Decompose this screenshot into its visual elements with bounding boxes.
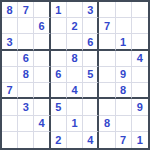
- cell-r3c5[interactable]: [67, 34, 83, 50]
- cell-r8c3[interactable]: 4: [34, 116, 50, 132]
- cell-r6c1[interactable]: 7: [2, 83, 18, 99]
- cell-r8c5[interactable]: 1: [67, 116, 83, 132]
- cell-r7c3[interactable]: [34, 99, 50, 115]
- cell-r5c1[interactable]: [2, 67, 18, 83]
- cell-r5c8[interactable]: 9: [116, 67, 132, 83]
- cell-r3c2[interactable]: [18, 34, 34, 50]
- cell-r5c9[interactable]: [132, 67, 148, 83]
- cell-r7c9[interactable]: 9: [132, 99, 148, 115]
- cell-r9c7[interactable]: [99, 132, 115, 148]
- cell-r2c1[interactable]: [2, 18, 18, 34]
- cell-r8c7[interactable]: 8: [99, 116, 115, 132]
- cell-r2c4[interactable]: [51, 18, 67, 34]
- cell-r3c1[interactable]: 3: [2, 34, 18, 50]
- cell-r4c4[interactable]: [51, 51, 67, 67]
- cell-r9c5[interactable]: [67, 132, 83, 148]
- cell-r6c8[interactable]: 8: [116, 83, 132, 99]
- cell-r3c6[interactable]: 6: [83, 34, 99, 50]
- cell-r5c2[interactable]: 8: [18, 67, 34, 83]
- cell-r1c1[interactable]: 8: [2, 2, 18, 18]
- cell-r6c9[interactable]: [132, 83, 148, 99]
- cell-r4c5[interactable]: 8: [67, 51, 83, 67]
- cell-r9c3[interactable]: [34, 132, 50, 148]
- cell-r2c7[interactable]: 7: [99, 18, 115, 34]
- cell-r8c6[interactable]: [83, 116, 99, 132]
- cell-r4c2[interactable]: 6: [18, 51, 34, 67]
- cell-r8c4[interactable]: [51, 116, 67, 132]
- cell-r1c8[interactable]: [116, 2, 132, 18]
- cell-r8c8[interactable]: [116, 116, 132, 132]
- cell-r2c2[interactable]: [18, 18, 34, 34]
- cell-r8c9[interactable]: [132, 116, 148, 132]
- cell-r3c3[interactable]: [34, 34, 50, 50]
- cell-r7c5[interactable]: [67, 99, 83, 115]
- cell-r3c9[interactable]: [132, 34, 148, 50]
- cell-r1c9[interactable]: [132, 2, 148, 18]
- cell-r2c6[interactable]: [83, 18, 99, 34]
- cell-r9c4[interactable]: 2: [51, 132, 67, 148]
- cell-r7c7[interactable]: [99, 99, 115, 115]
- cell-r4c7[interactable]: [99, 51, 115, 67]
- cell-r2c9[interactable]: [132, 18, 148, 34]
- cell-r2c5[interactable]: 2: [67, 18, 83, 34]
- cell-r1c2[interactable]: 7: [18, 2, 34, 18]
- cell-r3c4[interactable]: [51, 34, 67, 50]
- cell-r8c2[interactable]: [18, 116, 34, 132]
- sudoku-board: 871362736168486597483594182471: [0, 0, 150, 150]
- cell-r4c6[interactable]: [83, 51, 99, 67]
- cell-r6c6[interactable]: [83, 83, 99, 99]
- cell-r7c8[interactable]: [116, 99, 132, 115]
- cell-r9c9[interactable]: 1: [132, 132, 148, 148]
- cell-r7c2[interactable]: 3: [18, 99, 34, 115]
- cell-r4c8[interactable]: [116, 51, 132, 67]
- cell-r3c7[interactable]: [99, 34, 115, 50]
- cell-r6c7[interactable]: [99, 83, 115, 99]
- cell-r9c6[interactable]: 4: [83, 132, 99, 148]
- cell-r1c7[interactable]: [99, 2, 115, 18]
- cell-r1c6[interactable]: 3: [83, 2, 99, 18]
- cell-r6c3[interactable]: [34, 83, 50, 99]
- cell-r4c3[interactable]: [34, 51, 50, 67]
- cell-r2c8[interactable]: [116, 18, 132, 34]
- cell-r9c8[interactable]: 7: [116, 132, 132, 148]
- cell-r4c1[interactable]: [2, 51, 18, 67]
- cell-r2c3[interactable]: 6: [34, 18, 50, 34]
- cell-r5c4[interactable]: 6: [51, 67, 67, 83]
- cell-r6c4[interactable]: [51, 83, 67, 99]
- cell-r1c3[interactable]: [34, 2, 50, 18]
- cell-r4c9[interactable]: 4: [132, 51, 148, 67]
- cell-r5c6[interactable]: 5: [83, 67, 99, 83]
- cell-r6c2[interactable]: [18, 83, 34, 99]
- cell-r5c7[interactable]: [99, 67, 115, 83]
- cell-r6c5[interactable]: 4: [67, 83, 83, 99]
- cell-r7c6[interactable]: [83, 99, 99, 115]
- cell-r7c4[interactable]: 5: [51, 99, 67, 115]
- cell-r9c2[interactable]: [18, 132, 34, 148]
- cell-r8c1[interactable]: [2, 116, 18, 132]
- cell-r5c5[interactable]: [67, 67, 83, 83]
- cell-r5c3[interactable]: [34, 67, 50, 83]
- cell-r3c8[interactable]: 1: [116, 34, 132, 50]
- cell-r7c1[interactable]: [2, 99, 18, 115]
- cell-r9c1[interactable]: [2, 132, 18, 148]
- cell-r1c4[interactable]: 1: [51, 2, 67, 18]
- cell-r1c5[interactable]: [67, 2, 83, 18]
